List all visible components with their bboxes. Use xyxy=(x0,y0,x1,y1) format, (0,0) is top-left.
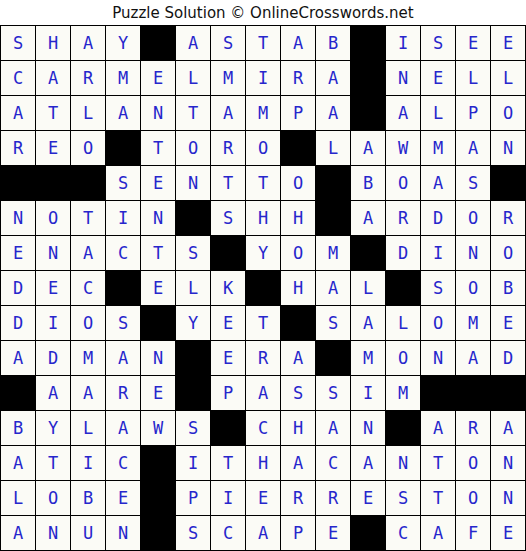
black-cell xyxy=(176,201,210,235)
letter-cell: N xyxy=(36,236,70,270)
letter-cell: A xyxy=(281,26,315,60)
letter-cell: K xyxy=(211,271,245,305)
letter-cell: S xyxy=(421,26,455,60)
letter-cell: M xyxy=(211,61,245,95)
letter-cell: S xyxy=(456,166,490,200)
letter-cell: O xyxy=(456,271,490,305)
black-cell xyxy=(1,166,35,200)
letter-cell: A xyxy=(281,341,315,375)
letter-cell: F xyxy=(456,516,490,550)
letter-cell: N xyxy=(421,341,455,375)
letter-cell: H xyxy=(246,201,280,235)
letter-cell: E xyxy=(36,131,70,165)
letter-cell: D xyxy=(491,341,525,375)
letter-cell: I xyxy=(36,306,70,340)
letter-cell: Y xyxy=(106,26,140,60)
letter-cell: C xyxy=(246,411,280,445)
letter-cell: O xyxy=(71,131,105,165)
letter-cell: L xyxy=(71,96,105,130)
letter-cell: A xyxy=(316,271,350,305)
letter-cell: E xyxy=(316,516,350,550)
letter-cell: A xyxy=(106,341,140,375)
letter-cell: A xyxy=(316,96,350,130)
letter-cell: L xyxy=(491,61,525,95)
black-cell xyxy=(71,166,105,200)
letter-cell: A xyxy=(1,516,35,550)
black-cell xyxy=(281,131,315,165)
page-title: Puzzle Solution © OnlineCrosswords.net xyxy=(0,0,526,25)
letter-cell: N xyxy=(351,411,385,445)
letter-cell: D xyxy=(1,306,35,340)
letter-cell: O xyxy=(456,481,490,515)
letter-cell: T xyxy=(141,131,175,165)
letter-cell: C xyxy=(106,236,140,270)
letter-cell: B xyxy=(71,481,105,515)
black-cell xyxy=(176,376,210,410)
letter-cell: R xyxy=(246,341,280,375)
letter-cell: N xyxy=(386,446,420,480)
letter-cell: E xyxy=(1,236,35,270)
letter-cell: N xyxy=(491,131,525,165)
letter-cell: R xyxy=(281,481,315,515)
letter-cell: S xyxy=(281,376,315,410)
letter-cell: A xyxy=(351,306,385,340)
letter-cell: Y xyxy=(36,411,70,445)
letter-cell: M xyxy=(246,96,280,130)
letter-cell: S xyxy=(106,306,140,340)
letter-cell: L xyxy=(176,61,210,95)
letter-cell: N xyxy=(141,96,175,130)
letter-cell: T xyxy=(71,201,105,235)
letter-cell: R xyxy=(491,201,525,235)
black-cell xyxy=(141,481,175,515)
letter-cell: E xyxy=(491,516,525,550)
letter-cell: O xyxy=(421,306,455,340)
letter-cell: S xyxy=(211,26,245,60)
letter-cell: M xyxy=(71,341,105,375)
letter-cell: M xyxy=(351,341,385,375)
letter-cell: B xyxy=(351,166,385,200)
letter-cell: I xyxy=(351,376,385,410)
letter-cell: C xyxy=(1,61,35,95)
letter-cell: M xyxy=(456,306,490,340)
black-cell xyxy=(211,236,245,270)
letter-cell: C xyxy=(316,446,350,480)
letter-cell: A xyxy=(351,201,385,235)
letter-cell: A xyxy=(71,376,105,410)
letter-cell: T xyxy=(36,446,70,480)
letter-cell: A xyxy=(36,61,70,95)
letter-cell: O xyxy=(281,166,315,200)
letter-cell: L xyxy=(176,271,210,305)
letter-cell: R xyxy=(106,376,140,410)
letter-cell: N xyxy=(1,201,35,235)
black-cell xyxy=(141,516,175,550)
black-cell xyxy=(351,236,385,270)
letter-cell: O xyxy=(491,236,525,270)
letter-cell: H xyxy=(36,26,70,60)
letter-cell: E xyxy=(421,61,455,95)
letter-cell: P xyxy=(176,481,210,515)
crossword-grid: SHAYASTABISEECARMELMIRANELLATLANTAMPAALP… xyxy=(0,25,526,551)
letter-cell: P xyxy=(281,96,315,130)
letter-cell: T xyxy=(246,26,280,60)
letter-cell: A xyxy=(1,446,35,480)
black-cell xyxy=(1,376,35,410)
letter-cell: D xyxy=(1,271,35,305)
letter-cell: I xyxy=(246,61,280,95)
letter-cell: U xyxy=(71,516,105,550)
letter-cell: L xyxy=(71,411,105,445)
letter-cell: T xyxy=(176,96,210,130)
letter-cell: T xyxy=(421,481,455,515)
letter-cell: W xyxy=(386,131,420,165)
letter-cell: L xyxy=(421,96,455,130)
letter-cell: T xyxy=(246,166,280,200)
letter-cell: A xyxy=(491,411,525,445)
letter-cell: R xyxy=(211,131,245,165)
letter-cell: M xyxy=(106,61,140,95)
letter-cell: A xyxy=(106,411,140,445)
letter-cell: R xyxy=(71,61,105,95)
letter-cell: Y xyxy=(176,306,210,340)
letter-cell: O xyxy=(176,131,210,165)
letter-cell: I xyxy=(71,446,105,480)
letter-cell: E xyxy=(141,61,175,95)
letter-cell: E xyxy=(141,271,175,305)
letter-cell: O xyxy=(386,341,420,375)
letter-cell: E xyxy=(246,481,280,515)
letter-cell: B xyxy=(316,26,350,60)
black-cell xyxy=(316,166,350,200)
letter-cell: A xyxy=(456,131,490,165)
letter-cell: H xyxy=(281,271,315,305)
letter-cell: B xyxy=(1,411,35,445)
letter-cell: N xyxy=(386,61,420,95)
letter-cell: H xyxy=(281,201,315,235)
letter-cell: A xyxy=(211,96,245,130)
letter-cell: N xyxy=(491,481,525,515)
letter-cell: O xyxy=(36,481,70,515)
letter-cell: D xyxy=(36,341,70,375)
letter-cell: A xyxy=(351,131,385,165)
black-cell xyxy=(351,516,385,550)
letter-cell: L xyxy=(456,61,490,95)
letter-cell: O xyxy=(246,131,280,165)
letter-cell: I xyxy=(176,446,210,480)
letter-cell: P xyxy=(211,376,245,410)
letter-cell: E xyxy=(491,26,525,60)
letter-cell: C xyxy=(211,516,245,550)
letter-cell: P xyxy=(281,516,315,550)
letter-cell: A xyxy=(71,236,105,270)
letter-cell: A xyxy=(36,376,70,410)
letter-cell: A xyxy=(421,166,455,200)
letter-cell: M xyxy=(316,236,350,270)
letter-cell: M xyxy=(386,376,420,410)
black-cell xyxy=(456,376,490,410)
black-cell xyxy=(386,271,420,305)
letter-cell: S xyxy=(1,26,35,60)
letter-cell: W xyxy=(141,411,175,445)
letter-cell: R xyxy=(281,61,315,95)
letter-cell: E xyxy=(491,306,525,340)
letter-cell: L xyxy=(351,271,385,305)
letter-cell: O xyxy=(456,201,490,235)
letter-cell: S xyxy=(386,481,420,515)
letter-cell: E xyxy=(36,271,70,305)
letter-cell: R xyxy=(386,201,420,235)
letter-cell: N xyxy=(176,166,210,200)
letter-cell: R xyxy=(456,411,490,445)
letter-cell: T xyxy=(141,236,175,270)
letter-cell: A xyxy=(1,341,35,375)
letter-cell: L xyxy=(386,306,420,340)
letter-cell: T xyxy=(421,446,455,480)
black-cell xyxy=(316,201,350,235)
black-cell xyxy=(211,411,245,445)
letter-cell: D xyxy=(386,236,420,270)
letter-cell: A xyxy=(316,61,350,95)
letter-cell: Y xyxy=(246,236,280,270)
letter-cell: N xyxy=(106,516,140,550)
black-cell xyxy=(421,376,455,410)
letter-cell: B xyxy=(491,271,525,305)
letter-cell: E xyxy=(351,481,385,515)
letter-cell: O xyxy=(386,166,420,200)
letter-cell: A xyxy=(281,446,315,480)
black-cell xyxy=(141,306,175,340)
letter-cell: S xyxy=(106,166,140,200)
letter-cell: S xyxy=(316,376,350,410)
letter-cell: M xyxy=(421,131,455,165)
letter-cell: R xyxy=(1,131,35,165)
letter-cell: C xyxy=(386,516,420,550)
black-cell xyxy=(246,271,280,305)
black-cell xyxy=(351,96,385,130)
letter-cell: L xyxy=(1,481,35,515)
black-cell xyxy=(491,166,525,200)
letter-cell: N xyxy=(36,516,70,550)
black-cell xyxy=(106,271,140,305)
letter-cell: A xyxy=(246,516,280,550)
letter-cell: S xyxy=(211,201,245,235)
letter-cell: R xyxy=(316,481,350,515)
letter-cell: T xyxy=(36,96,70,130)
black-cell xyxy=(176,341,210,375)
letter-cell: C xyxy=(71,271,105,305)
letter-cell: A xyxy=(351,446,385,480)
black-cell xyxy=(491,376,525,410)
letter-cell: A xyxy=(456,341,490,375)
letter-cell: P xyxy=(456,96,490,130)
letter-cell: D xyxy=(421,201,455,235)
letter-cell: T xyxy=(211,166,245,200)
letter-cell: O xyxy=(281,236,315,270)
letter-cell: N xyxy=(141,341,175,375)
black-cell xyxy=(316,341,350,375)
letter-cell: O xyxy=(491,96,525,130)
letter-cell: C xyxy=(106,446,140,480)
letter-cell: S xyxy=(421,271,455,305)
black-cell xyxy=(106,131,140,165)
black-cell xyxy=(36,166,70,200)
black-cell xyxy=(281,306,315,340)
letter-cell: T xyxy=(211,446,245,480)
letter-cell: S xyxy=(176,411,210,445)
letter-cell: E xyxy=(456,26,490,60)
letter-cell: E xyxy=(211,306,245,340)
letter-cell: S xyxy=(176,236,210,270)
letter-cell: O xyxy=(36,201,70,235)
letter-cell: L xyxy=(316,131,350,165)
letter-cell: A xyxy=(176,26,210,60)
letter-cell: E xyxy=(141,376,175,410)
letter-cell: N xyxy=(491,446,525,480)
letter-cell: A xyxy=(421,411,455,445)
letter-cell: E xyxy=(106,481,140,515)
letter-cell: N xyxy=(456,236,490,270)
letter-cell: A xyxy=(421,516,455,550)
letter-cell: A xyxy=(246,376,280,410)
letter-cell: E xyxy=(141,166,175,200)
letter-cell: I xyxy=(211,481,245,515)
black-cell xyxy=(386,411,420,445)
letter-cell: A xyxy=(316,411,350,445)
letter-cell: H xyxy=(246,446,280,480)
black-cell xyxy=(351,61,385,95)
letter-cell: O xyxy=(456,446,490,480)
letter-cell: I xyxy=(386,26,420,60)
letter-cell: S xyxy=(176,516,210,550)
letter-cell: A xyxy=(386,96,420,130)
black-cell xyxy=(141,26,175,60)
letter-cell: E xyxy=(211,341,245,375)
letter-cell: A xyxy=(106,96,140,130)
letter-cell: I xyxy=(421,236,455,270)
letter-cell: A xyxy=(71,26,105,60)
letter-cell: A xyxy=(1,96,35,130)
letter-cell: O xyxy=(71,306,105,340)
black-cell xyxy=(351,26,385,60)
letter-cell: S xyxy=(316,306,350,340)
letter-cell: H xyxy=(281,411,315,445)
letter-cell: I xyxy=(106,201,140,235)
letter-cell: N xyxy=(141,201,175,235)
letter-cell: T xyxy=(246,306,280,340)
black-cell xyxy=(141,446,175,480)
